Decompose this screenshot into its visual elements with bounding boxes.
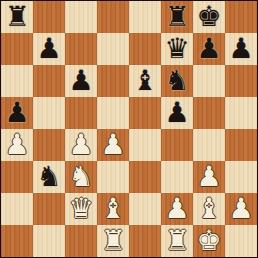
white-rook-d1[interactable]: ♜ xyxy=(100,225,125,257)
square-c1[interactable] xyxy=(65,225,97,257)
chess-board-frame: ♜♜♚♟♛♟♟♟♝♞♟♟♟♟♟♞♞♟♛♝♟♝♟♜♜♚ xyxy=(0,0,258,258)
square-h6[interactable] xyxy=(225,65,257,97)
square-g3[interactable]: ♟ xyxy=(193,161,225,193)
square-d5[interactable] xyxy=(97,97,129,129)
square-f8[interactable]: ♜ xyxy=(161,1,193,33)
square-c3[interactable]: ♞ xyxy=(65,161,97,193)
square-a8[interactable]: ♜ xyxy=(1,1,33,33)
white-king-g1[interactable]: ♚ xyxy=(196,225,221,257)
square-d7[interactable] xyxy=(97,33,129,65)
square-a5[interactable]: ♟ xyxy=(1,97,33,129)
white-bishop-g2[interactable]: ♝ xyxy=(196,193,221,225)
black-pawn-g7[interactable]: ♟ xyxy=(196,33,221,65)
square-f1[interactable]: ♜ xyxy=(161,225,193,257)
square-b6[interactable] xyxy=(33,65,65,97)
white-pawn-f2[interactable]: ♟ xyxy=(164,193,189,225)
square-d3[interactable] xyxy=(97,161,129,193)
square-g5[interactable] xyxy=(193,97,225,129)
square-e7[interactable] xyxy=(129,33,161,65)
square-g7[interactable]: ♟ xyxy=(193,33,225,65)
square-h2[interactable]: ♟ xyxy=(225,193,257,225)
white-queen-c2[interactable]: ♛ xyxy=(68,193,93,225)
square-g1[interactable]: ♚ xyxy=(193,225,225,257)
white-knight-c3[interactable]: ♞ xyxy=(68,161,93,193)
square-a6[interactable] xyxy=(1,65,33,97)
square-f3[interactable] xyxy=(161,161,193,193)
white-pawn-g3[interactable]: ♟ xyxy=(196,161,221,193)
square-a7[interactable] xyxy=(1,33,33,65)
square-f7[interactable]: ♛ xyxy=(161,33,193,65)
square-a2[interactable] xyxy=(1,193,33,225)
square-d8[interactable] xyxy=(97,1,129,33)
square-a4[interactable]: ♟ xyxy=(1,129,33,161)
square-f4[interactable] xyxy=(161,129,193,161)
square-g2[interactable]: ♝ xyxy=(193,193,225,225)
square-h4[interactable] xyxy=(225,129,257,161)
black-knight-f6[interactable]: ♞ xyxy=(164,65,189,97)
white-pawn-c4[interactable]: ♟ xyxy=(68,129,93,161)
square-b2[interactable] xyxy=(33,193,65,225)
square-c8[interactable] xyxy=(65,1,97,33)
square-f6[interactable]: ♞ xyxy=(161,65,193,97)
square-g4[interactable] xyxy=(193,129,225,161)
square-f5[interactable]: ♟ xyxy=(161,97,193,129)
black-pawn-f5[interactable]: ♟ xyxy=(164,97,189,129)
square-c6[interactable]: ♟ xyxy=(65,65,97,97)
square-b5[interactable] xyxy=(33,97,65,129)
square-h1[interactable] xyxy=(225,225,257,257)
square-h5[interactable] xyxy=(225,97,257,129)
square-h3[interactable] xyxy=(225,161,257,193)
black-rook-f8[interactable]: ♜ xyxy=(164,1,189,33)
black-knight-b3[interactable]: ♞ xyxy=(36,161,61,193)
black-pawn-h7[interactable]: ♟ xyxy=(228,33,253,65)
square-c5[interactable] xyxy=(65,97,97,129)
black-rook-a8[interactable]: ♜ xyxy=(4,1,29,33)
square-h8[interactable] xyxy=(225,1,257,33)
black-pawn-c6[interactable]: ♟ xyxy=(68,65,93,97)
square-d1[interactable]: ♜ xyxy=(97,225,129,257)
square-e6[interactable]: ♝ xyxy=(129,65,161,97)
square-e1[interactable] xyxy=(129,225,161,257)
square-c7[interactable] xyxy=(65,33,97,65)
square-e4[interactable] xyxy=(129,129,161,161)
black-pawn-a5[interactable]: ♟ xyxy=(4,97,29,129)
square-a3[interactable] xyxy=(1,161,33,193)
square-h7[interactable]: ♟ xyxy=(225,33,257,65)
square-b8[interactable] xyxy=(33,1,65,33)
square-e8[interactable] xyxy=(129,1,161,33)
black-pawn-b7[interactable]: ♟ xyxy=(36,33,61,65)
black-king-g8[interactable]: ♚ xyxy=(196,1,221,33)
square-c2[interactable]: ♛ xyxy=(65,193,97,225)
square-d6[interactable] xyxy=(97,65,129,97)
black-queen-f7[interactable]: ♛ xyxy=(164,33,189,65)
square-b7[interactable]: ♟ xyxy=(33,33,65,65)
square-g8[interactable]: ♚ xyxy=(193,1,225,33)
square-d2[interactable]: ♝ xyxy=(97,193,129,225)
square-b4[interactable] xyxy=(33,129,65,161)
white-pawn-a4[interactable]: ♟ xyxy=(4,129,29,161)
chess-board: ♜♜♚♟♛♟♟♟♝♞♟♟♟♟♟♞♞♟♛♝♟♝♟♜♜♚ xyxy=(1,1,257,257)
black-bishop-e6[interactable]: ♝ xyxy=(132,65,157,97)
white-pawn-h2[interactable]: ♟ xyxy=(228,193,253,225)
square-b3[interactable]: ♞ xyxy=(33,161,65,193)
white-bishop-d2[interactable]: ♝ xyxy=(100,193,125,225)
square-f2[interactable]: ♟ xyxy=(161,193,193,225)
square-e2[interactable] xyxy=(129,193,161,225)
square-e5[interactable] xyxy=(129,97,161,129)
square-b1[interactable] xyxy=(33,225,65,257)
square-d4[interactable]: ♟ xyxy=(97,129,129,161)
square-a1[interactable] xyxy=(1,225,33,257)
square-e3[interactable] xyxy=(129,161,161,193)
square-g6[interactable] xyxy=(193,65,225,97)
white-pawn-d4[interactable]: ♟ xyxy=(100,129,125,161)
square-c4[interactable]: ♟ xyxy=(65,129,97,161)
white-rook-f1[interactable]: ♜ xyxy=(164,225,189,257)
